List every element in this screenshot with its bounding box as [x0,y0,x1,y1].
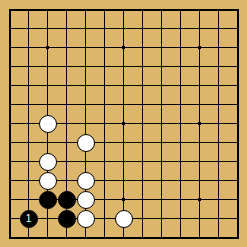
stone-black[interactable] [39,191,57,209]
stone-white[interactable] [77,134,95,152]
grid-line-vertical [142,10,143,238]
stone-white[interactable] [77,191,95,209]
star-point [198,122,201,125]
star-point [198,198,201,201]
stone-move-number: 1 [26,214,32,224]
goban[interactable]: 1 [0,0,247,247]
stone-white[interactable] [77,172,95,190]
star-point [122,198,125,201]
stone-black[interactable] [58,210,76,228]
stone-white[interactable] [39,115,57,133]
star-point [122,46,125,49]
star-point [46,46,49,49]
stone-black[interactable] [58,191,76,209]
stone-white[interactable] [39,172,57,190]
stone-white[interactable] [39,153,57,171]
stone-white[interactable] [77,210,95,228]
grid-line-vertical [218,10,219,238]
grid-line-vertical [180,10,181,238]
go-diagram: 1 [0,0,247,247]
stone-white[interactable] [115,210,133,228]
star-point [198,46,201,49]
stone-black-move-1[interactable]: 1 [20,210,38,228]
grid-line-horizontal [10,142,238,143]
grid-line-vertical [161,10,162,238]
star-point [122,122,125,125]
